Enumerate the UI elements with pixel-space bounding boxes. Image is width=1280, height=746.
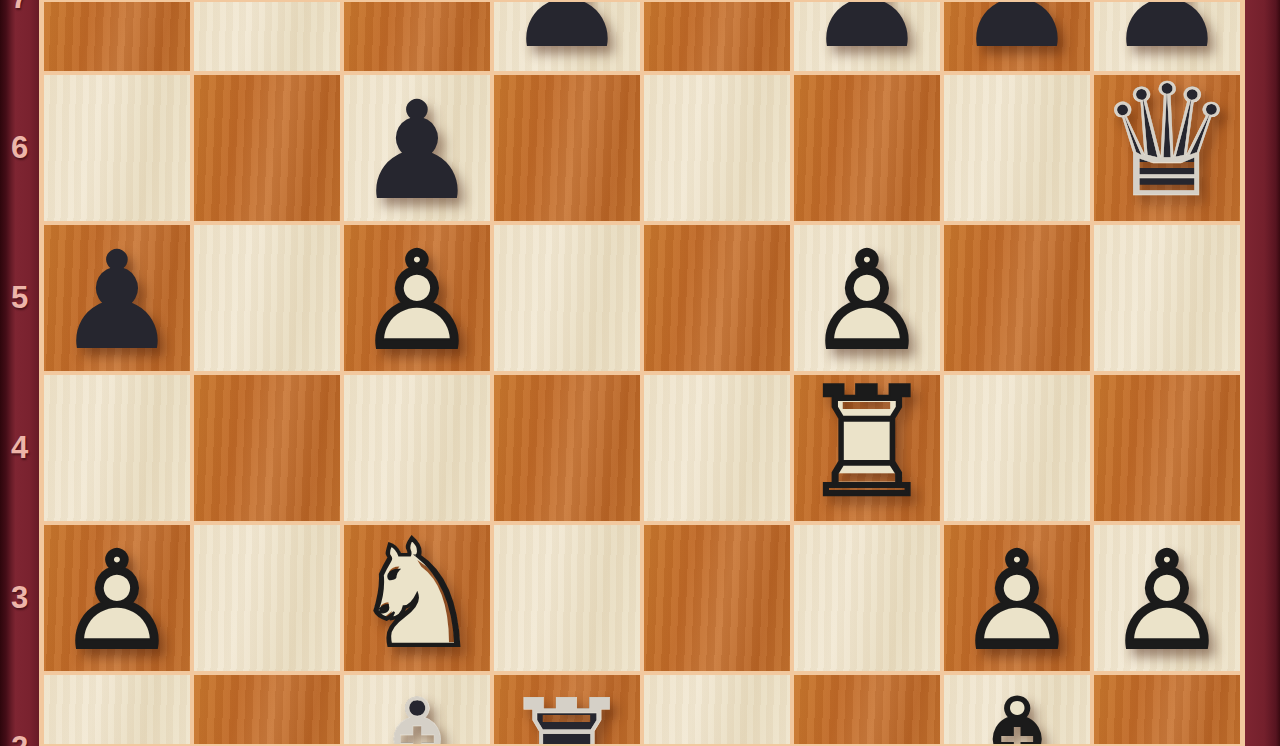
square-d3 xyxy=(492,523,642,673)
white-pawn-h3: ♟♙ xyxy=(1094,533,1240,669)
square-c2: ♝♗ xyxy=(342,673,492,746)
black-pawn-g7: ♟ xyxy=(944,0,1090,67)
square-h6: ♛♕ xyxy=(1092,73,1242,223)
square-e2 xyxy=(642,673,792,746)
square-d4 xyxy=(492,373,642,523)
black-pawn-h7: ♟ xyxy=(1094,0,1240,67)
square-g7: ♟ xyxy=(942,0,1092,73)
white-pawn-a3: ♟♙ xyxy=(44,533,190,669)
square-d5 xyxy=(492,223,642,373)
black-pawn-a5: ♟ xyxy=(44,233,190,369)
white-pawn-c5: ♟♙ xyxy=(344,233,490,369)
square-f5: ♟♙ xyxy=(792,223,942,373)
board-right-frame xyxy=(1242,0,1280,746)
square-c4 xyxy=(342,373,492,523)
square-c3: ♞♘ xyxy=(342,523,492,673)
rank-label-6: 6 xyxy=(0,130,39,166)
square-d2: ♜♖ xyxy=(492,673,642,746)
square-h4 xyxy=(1092,373,1242,523)
rank-label-4: 4 xyxy=(0,430,39,466)
square-f6 xyxy=(792,73,942,223)
square-b7 xyxy=(192,0,342,73)
square-g2: ♝♗ xyxy=(942,673,1092,746)
square-b4 xyxy=(192,373,342,523)
black-pawn-d7: ♟ xyxy=(494,0,640,67)
square-e4 xyxy=(642,373,792,523)
white-pawn-g3: ♟♙ xyxy=(944,533,1090,669)
square-c5: ♟♙ xyxy=(342,223,492,373)
square-a7 xyxy=(42,0,192,73)
square-c7 xyxy=(342,0,492,73)
square-a3: ♟♙ xyxy=(42,523,192,673)
square-e7 xyxy=(642,0,792,73)
black-queen-h6: ♛♕ xyxy=(1094,73,1240,219)
square-g5 xyxy=(942,223,1092,373)
square-f3 xyxy=(792,523,942,673)
rank-label-3: 3 xyxy=(0,580,39,616)
square-b5 xyxy=(192,223,342,373)
square-e3 xyxy=(642,523,792,673)
board-left-frame: 765432 xyxy=(0,0,42,746)
rank-label-2: 2 xyxy=(0,730,39,746)
white-rook-f4: ♜♖ xyxy=(794,373,940,519)
black-rook-d2: ♜♖ xyxy=(494,679,640,746)
square-g4 xyxy=(942,373,1092,523)
square-b2 xyxy=(192,673,342,746)
rank-label-7: 7 xyxy=(0,0,39,16)
square-h5 xyxy=(1092,223,1242,373)
square-b3 xyxy=(192,523,342,673)
square-e5 xyxy=(642,223,792,373)
black-pawn-f7: ♟ xyxy=(794,0,940,67)
square-f7: ♟ xyxy=(792,0,942,73)
square-h3: ♟♙ xyxy=(1092,523,1242,673)
square-c6: ♟ xyxy=(342,73,492,223)
square-a6 xyxy=(42,73,192,223)
square-g3: ♟♙ xyxy=(942,523,1092,673)
square-b6 xyxy=(192,73,342,223)
square-d7: ♟ xyxy=(492,0,642,73)
square-a4 xyxy=(42,373,192,523)
square-f4: ♜♖ xyxy=(792,373,942,523)
square-h7: ♟ xyxy=(1092,0,1242,73)
square-a5: ♟ xyxy=(42,223,192,373)
rank-label-5: 5 xyxy=(0,280,39,316)
square-f2 xyxy=(792,673,942,746)
square-e6 xyxy=(642,73,792,223)
square-d6 xyxy=(492,73,642,223)
chess-diagram: 765432 ♟♟♟♟♟♛♕♟♟♙♟♙♜♖♟♙♞♘♟♙♟♙♝♗♜♖♝♗ xyxy=(0,0,1280,746)
square-h2 xyxy=(1092,673,1242,746)
white-bishop-g2: ♝♗ xyxy=(944,679,1090,746)
square-g6 xyxy=(942,73,1092,223)
white-pawn-f5: ♟♙ xyxy=(794,233,940,369)
white-knight-c3: ♞♘ xyxy=(344,523,490,669)
black-pawn-c6: ♟ xyxy=(344,83,490,219)
chessboard-grid: ♟♟♟♟♟♛♕♟♟♙♟♙♜♖♟♙♞♘♟♙♟♙♝♗♜♖♝♗ xyxy=(42,0,1242,746)
square-a2 xyxy=(42,673,192,746)
black-bishop-c2: ♝♗ xyxy=(344,679,490,746)
